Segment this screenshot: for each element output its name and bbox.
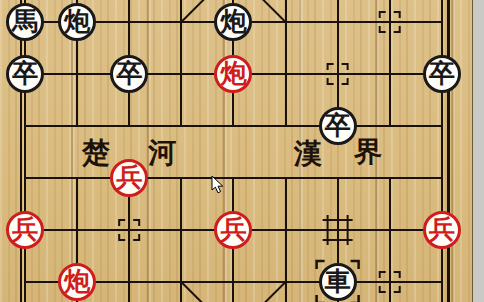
point-marker bbox=[342, 78, 348, 84]
river-label-han: 漢 bbox=[294, 135, 322, 173]
last-move-destination-bracket bbox=[351, 261, 359, 269]
piece-glyph: 卒 bbox=[429, 60, 455, 86]
xiangqi-board[interactable]: 楚 河 漢 界 馬炮炮卒卒炮卒卒兵兵兵兵炮車 bbox=[0, 0, 473, 302]
piece-glyph: 兵 bbox=[220, 216, 246, 242]
piece-glyph: 兵 bbox=[12, 216, 38, 242]
grid-line bbox=[389, 0, 391, 127]
piece-glyph: 車 bbox=[325, 268, 351, 294]
grid-line bbox=[447, 0, 450, 302]
mouse-cursor bbox=[0, 0, 473, 302]
piece-red-pawn[interactable]: 兵 bbox=[110, 159, 148, 197]
point-marker bbox=[133, 220, 139, 226]
point-marker bbox=[394, 12, 400, 18]
piece-glyph: 兵 bbox=[429, 216, 455, 242]
point-marker bbox=[380, 12, 386, 18]
river-label-he: 河 bbox=[148, 134, 176, 172]
window-background-strip bbox=[472, 0, 484, 302]
piece-glyph: 卒 bbox=[116, 60, 142, 86]
point-marker bbox=[394, 26, 400, 32]
piece-red-pawn[interactable]: 兵 bbox=[214, 211, 252, 249]
grid-line bbox=[285, 177, 287, 302]
grid-line bbox=[180, 0, 182, 127]
river-label-jie: 界 bbox=[354, 133, 382, 171]
grid-line bbox=[24, 177, 443, 179]
piece-red-cannon[interactable]: 炮 bbox=[58, 263, 96, 301]
piece-glyph: 炮 bbox=[220, 60, 246, 86]
piece-black-pawn[interactable]: 卒 bbox=[6, 55, 44, 93]
piece-black-cannon[interactable]: 炮 bbox=[58, 3, 96, 41]
piece-black-cannon[interactable]: 炮 bbox=[214, 3, 252, 41]
last-move-destination-bracket bbox=[317, 295, 325, 302]
grid-line bbox=[20, 0, 22, 302]
point-marker bbox=[380, 286, 386, 292]
piece-glyph: 馬 bbox=[12, 8, 38, 34]
point-marker bbox=[394, 286, 400, 292]
piece-black-chariot[interactable]: 車 bbox=[319, 263, 357, 301]
point-marker bbox=[133, 234, 139, 240]
piece-glyph: 炮 bbox=[64, 8, 90, 34]
piece-black-horse[interactable]: 馬 bbox=[6, 3, 44, 41]
piece-glyph: 卒 bbox=[325, 112, 351, 138]
piece-black-pawn[interactable]: 卒 bbox=[110, 55, 148, 93]
point-marker bbox=[119, 234, 125, 240]
point-marker bbox=[328, 64, 334, 70]
point-marker bbox=[380, 272, 386, 278]
point-marker bbox=[328, 78, 334, 84]
grid-line bbox=[24, 0, 26, 302]
piece-glyph: 兵 bbox=[116, 164, 142, 190]
grid-line bbox=[285, 0, 287, 127]
piece-red-pawn[interactable]: 兵 bbox=[6, 211, 44, 249]
piece-glyph: 卒 bbox=[12, 60, 38, 86]
piece-red-cannon[interactable]: 炮 bbox=[214, 55, 252, 93]
piece-black-pawn[interactable]: 卒 bbox=[319, 107, 357, 145]
point-marker bbox=[394, 272, 400, 278]
grid-line bbox=[180, 177, 182, 302]
river-label-chu: 楚 bbox=[82, 134, 110, 172]
board-markings-overlay bbox=[0, 0, 473, 302]
grid-line bbox=[441, 0, 443, 302]
piece-red-pawn[interactable]: 兵 bbox=[423, 211, 461, 249]
piece-black-pawn[interactable]: 卒 bbox=[423, 55, 461, 93]
point-marker bbox=[342, 64, 348, 70]
grid-line bbox=[24, 125, 443, 127]
piece-glyph: 炮 bbox=[64, 268, 90, 294]
point-marker bbox=[119, 220, 125, 226]
point-marker bbox=[380, 26, 386, 32]
xiangqi-app-window: 楚 河 漢 界 馬炮炮卒卒炮卒卒兵兵兵兵炮車 bbox=[0, 0, 484, 302]
grid-line bbox=[389, 177, 391, 302]
piece-glyph: 炮 bbox=[220, 8, 246, 34]
last-move-destination-bracket bbox=[351, 295, 359, 302]
